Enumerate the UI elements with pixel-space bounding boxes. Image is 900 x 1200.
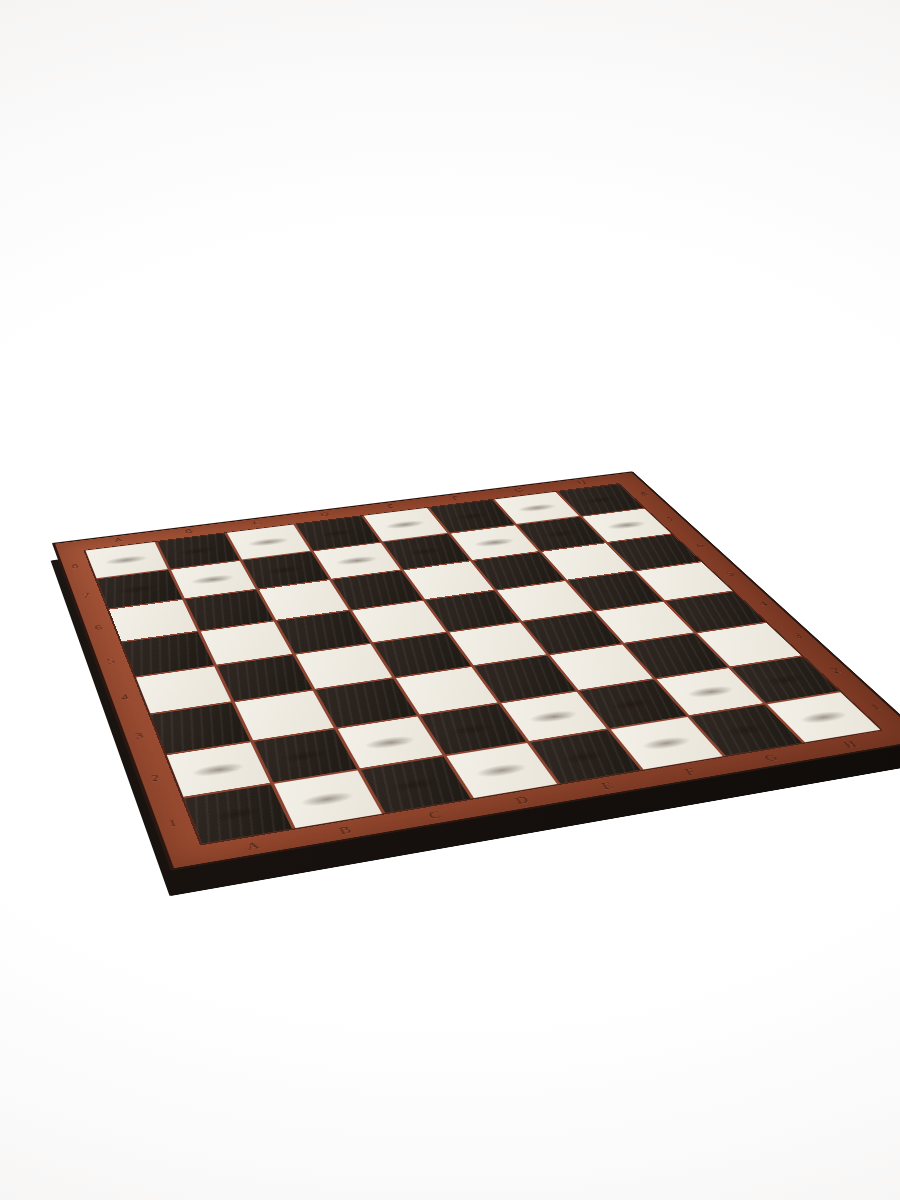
pawn-glyph: ♟ xyxy=(335,499,377,562)
rook-glyph: ♜ xyxy=(792,623,856,719)
knight-glyph: ♞ xyxy=(290,689,364,801)
pawn-glyph: ♟ xyxy=(606,466,646,527)
bishop-glyph: ♝ xyxy=(628,630,704,745)
knight-glyph: ♞ xyxy=(711,627,781,732)
bishop-glyph: ♝ xyxy=(376,668,455,787)
product-photo-scene: ABCDEFGH ABCDEFGH 87654321 87654321 ♜♞♝♛… xyxy=(0,0,900,1200)
queen-glyph: ♛ xyxy=(539,622,630,759)
rook-glyph: ♜ xyxy=(202,711,271,816)
pawn-glyph: ♟ xyxy=(474,482,515,544)
pawn-glyph: ♟ xyxy=(405,491,446,553)
pawn-glyph: ♟ xyxy=(191,517,234,581)
king-glyph: ♚ xyxy=(452,625,549,772)
pawn-glyph: ♟ xyxy=(264,508,306,572)
chess-board: ABCDEFGH ABCDEFGH 87654321 87654321 ♜♞♝♛… xyxy=(52,471,900,871)
pawn-glyph: ♟ xyxy=(117,526,160,591)
pawn-glyph: ♟ xyxy=(541,474,582,535)
